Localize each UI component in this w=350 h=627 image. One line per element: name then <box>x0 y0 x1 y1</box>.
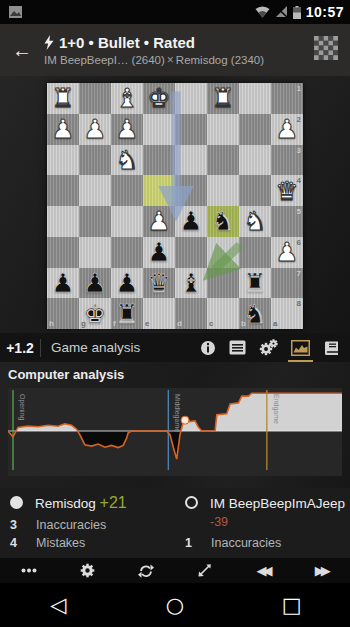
square-g1[interactable] <box>79 83 111 114</box>
analysis-title: Game analysis <box>51 340 200 355</box>
square-f7[interactable]: ♟ <box>111 268 143 299</box>
back-button[interactable]: ← <box>0 39 44 62</box>
square-g3[interactable] <box>79 145 111 176</box>
square-b7[interactable]: ♜ <box>239 268 271 299</box>
black-piece[interactable]: ♟ <box>115 270 138 296</box>
square-h5[interactable] <box>47 206 79 237</box>
square-h4[interactable] <box>47 175 79 206</box>
chart-icon[interactable] <box>291 340 310 356</box>
battery-icon <box>293 6 301 19</box>
file-label: c <box>209 319 213 328</box>
divider <box>40 339 41 357</box>
current-move-dot <box>181 416 189 424</box>
white-piece[interactable]: ♜ <box>51 85 74 111</box>
square-c1[interactable]: ♜ <box>207 83 239 114</box>
square-a1[interactable]: 1 <box>271 83 303 114</box>
square-e7[interactable]: ♛ <box>143 268 175 299</box>
board-zone: ♜♝♚♜1♟♟♟♟2♞3♛4♟♟♞♞5♟♟6♟♟♟♛♝♜7h♚g♜fedc♞b8… <box>0 76 350 333</box>
file-label: a <box>273 319 277 328</box>
rank-label: 1 <box>297 84 301 93</box>
square-d5[interactable]: ♟ <box>175 206 207 237</box>
player-stats: Remisdog +213Inaccuracies4MistakesIM Bee… <box>0 488 350 558</box>
square-b5[interactable]: ♞ <box>239 206 271 237</box>
list-icon[interactable] <box>229 340 246 355</box>
black-piece[interactable]: ♛ <box>147 270 170 296</box>
square-b1[interactable] <box>239 83 271 114</box>
nav-recents-button[interactable]: □ <box>262 593 322 617</box>
square-b4[interactable] <box>239 175 271 206</box>
square-h6[interactable] <box>47 237 79 268</box>
white-piece[interactable]: ♟ <box>147 208 170 234</box>
square-a4[interactable]: ♛4 <box>271 175 303 206</box>
stat-row: 1Inaccuracies <box>185 534 346 552</box>
rank-label: 5 <box>297 207 301 216</box>
stat-row: 4Mistakes <box>10 534 171 552</box>
square-a3[interactable]: 3 <box>271 145 303 176</box>
player-name: IM BeepBeepImAJeep <box>210 496 345 511</box>
square-c4[interactable] <box>207 175 239 206</box>
square-e8[interactable]: e <box>143 298 175 329</box>
white-piece[interactable]: ♞ <box>115 147 138 173</box>
white-piece[interactable]: ♟ <box>275 116 298 142</box>
square-c5[interactable]: ♞ <box>207 206 239 237</box>
square-d4[interactable] <box>175 175 207 206</box>
square-f3[interactable]: ♞ <box>111 145 143 176</box>
square-h3[interactable] <box>47 145 79 176</box>
square-c6[interactable] <box>207 237 239 268</box>
square-h2[interactable]: ♟ <box>47 114 79 145</box>
player-card: IM BeepBeepImAJeep-391Inaccuracies <box>175 488 350 558</box>
square-a8[interactable]: 8a <box>271 298 303 329</box>
rank-label: 3 <box>297 146 301 155</box>
file-label: e <box>145 319 149 328</box>
square-f1[interactable]: ♝ <box>111 83 143 114</box>
black-piece[interactable]: ♞ <box>243 301 266 327</box>
more-icon[interactable] <box>9 559 49 583</box>
square-c2[interactable] <box>207 114 239 145</box>
analysis-tab-bar: +1.2 Game analysis <box>0 333 350 363</box>
white-piece[interactable]: ♟ <box>115 116 138 142</box>
white-piece[interactable]: ♛ <box>275 178 298 204</box>
square-d8[interactable]: d <box>175 298 207 329</box>
square-e6[interactable]: ♟ <box>143 237 175 268</box>
game-title: 1+0 • Bullet • Rated <box>59 34 195 51</box>
square-f6[interactable] <box>111 237 143 268</box>
square-f8[interactable]: ♜f <box>111 298 143 329</box>
black-piece[interactable]: ♟ <box>83 270 106 296</box>
wifi-icon <box>255 6 270 18</box>
square-d2[interactable] <box>175 114 207 145</box>
stat-row: 3Inaccuracies <box>10 516 171 534</box>
square-e4[interactable] <box>143 175 175 206</box>
gears-icon[interactable] <box>259 339 278 356</box>
square-b8[interactable]: ♞b <box>239 298 271 329</box>
square-h8[interactable]: h <box>47 298 79 329</box>
black-piece[interactable]: ♜ <box>243 270 266 296</box>
square-f4[interactable] <box>111 175 143 206</box>
black-piece[interactable]: ♟ <box>51 270 74 296</box>
square-c8[interactable]: c <box>207 298 239 329</box>
square-h7[interactable]: ♟ <box>47 268 79 299</box>
square-b6[interactable] <box>239 237 271 268</box>
black-piece[interactable]: ♜ <box>115 301 138 327</box>
rank-label: 7 <box>297 269 301 278</box>
file-label: d <box>177 319 182 328</box>
rating-delta: +21 <box>100 494 127 511</box>
white-piece[interactable]: ♜ <box>211 85 234 111</box>
mini-board-icon[interactable] <box>314 36 338 64</box>
square-a7[interactable]: 7 <box>271 268 303 299</box>
phase-label: Endgame <box>272 394 280 424</box>
square-d7[interactable]: ♝ <box>175 268 207 299</box>
square-a6[interactable]: ♟6 <box>271 237 303 268</box>
square-g5[interactable] <box>79 206 111 237</box>
square-e3[interactable] <box>143 145 175 176</box>
square-f2[interactable]: ♟ <box>111 114 143 145</box>
square-e2[interactable] <box>143 114 175 145</box>
settings-gear-icon[interactable] <box>67 559 107 583</box>
black-piece[interactable]: ♝ <box>179 270 202 296</box>
computer-analysis-section: Computer analysis OpeningMiddlegameEndga… <box>0 362 350 488</box>
white-piece[interactable]: ♝ <box>115 85 138 111</box>
status-bar: 10:57 <box>0 0 350 24</box>
rank-label: 8 <box>297 299 301 308</box>
square-a2[interactable]: ♟2 <box>271 114 303 145</box>
fast-backward-icon[interactable]: ◀◀ <box>242 559 282 583</box>
white-piece[interactable]: ♟ <box>83 116 106 142</box>
square-g2[interactable]: ♟ <box>79 114 111 145</box>
nav-back-button[interactable]: ◁ <box>28 593 88 617</box>
square-d3[interactable] <box>175 145 207 176</box>
cycle-icon[interactable] <box>126 559 166 583</box>
lightning-icon <box>44 35 54 50</box>
no-signal-icon <box>275 6 288 18</box>
players-subtitle: IM BeepBeepI… (2640)×Remisdog (2340) <box>44 53 308 67</box>
nav-home-button[interactable]: ○ <box>145 593 205 617</box>
vs-icon: × <box>165 53 176 67</box>
bottom-toolbar: ◀◀ ▶▶ <box>0 558 350 583</box>
white-piece[interactable]: ♞ <box>243 208 266 234</box>
white-player-label: IM BeepBeepI… (2640) <box>44 54 165 66</box>
player-card: Remisdog +213Inaccuracies4Mistakes <box>0 488 175 558</box>
computer-analysis-heading: Computer analysis <box>8 367 124 382</box>
player-name: Remisdog <box>35 496 100 511</box>
square-a5[interactable]: 5 <box>271 206 303 237</box>
white-piece[interactable]: ♟ <box>275 239 298 265</box>
square-g7[interactable]: ♟ <box>79 268 111 299</box>
chess-board[interactable]: ♜♝♚♜1♟♟♟♟2♞3♛4♟♟♞♞5♟♟6♟♟♟♛♝♜7h♚g♜fedc♞b8… <box>47 83 303 329</box>
info-icon[interactable] <box>200 340 216 356</box>
black-piece[interactable]: ♟ <box>147 239 170 265</box>
phase-label: Opening <box>18 394 26 421</box>
square-f5[interactable] <box>111 206 143 237</box>
square-g8[interactable]: ♚g <box>79 298 111 329</box>
black-piece[interactable]: ♞ <box>211 208 234 234</box>
square-d1[interactable] <box>175 83 207 114</box>
rating-delta: -39 <box>210 515 228 529</box>
square-c7[interactable] <box>207 268 239 299</box>
clock-time: 10:57 <box>306 4 344 20</box>
phone-screen: 10:57 ← 1+0 • Bullet • Rated IM BeepBeep… <box>0 0 350 627</box>
white-piece[interactable]: ♚ <box>147 85 170 111</box>
black-player-label: Remisdog (2340) <box>176 54 264 66</box>
square-h1[interactable]: ♜ <box>47 83 79 114</box>
outline-disc-icon <box>185 496 198 509</box>
black-piece[interactable]: ♟ <box>179 208 202 234</box>
eval-score: +1.2 <box>0 340 40 356</box>
filled-disc-icon <box>10 496 23 509</box>
file-label: h <box>49 319 54 328</box>
square-e5[interactable]: ♟ <box>143 206 175 237</box>
square-c3[interactable] <box>207 145 239 176</box>
fast-forward-icon[interactable]: ▶▶ <box>301 559 341 583</box>
square-e1[interactable]: ♚ <box>143 83 175 114</box>
square-g4[interactable] <box>79 175 111 206</box>
square-d6[interactable] <box>175 237 207 268</box>
black-piece[interactable]: ♚ <box>83 301 106 327</box>
game-header: ← 1+0 • Bullet • Rated IM BeepBeepI… (26… <box>0 24 350 76</box>
evaluation-chart[interactable]: OpeningMiddlegameEndgame <box>8 388 342 476</box>
phase-label: Middlegame <box>173 394 181 432</box>
collapse-arrows-icon[interactable] <box>184 559 224 583</box>
android-navbar: ◁ ○ □ <box>0 583 350 627</box>
square-b3[interactable] <box>239 145 271 176</box>
book-icon[interactable] <box>323 340 340 356</box>
white-piece[interactable]: ♟ <box>51 116 74 142</box>
screenshot-icon <box>8 5 23 19</box>
square-g6[interactable] <box>79 237 111 268</box>
square-b2[interactable] <box>239 114 271 145</box>
